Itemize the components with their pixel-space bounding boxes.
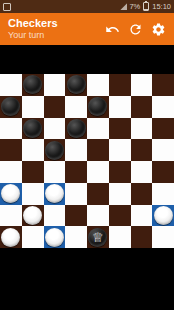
square-3-0[interactable] bbox=[0, 139, 22, 161]
turn-status: Your turn bbox=[8, 30, 58, 41]
battery-percent: 7% bbox=[129, 0, 140, 13]
square-0-1[interactable] bbox=[22, 74, 44, 96]
battery-icon bbox=[143, 2, 149, 11]
page-title: Checkers bbox=[8, 17, 58, 30]
square-4-2[interactable] bbox=[44, 161, 66, 183]
square-0-0[interactable] bbox=[0, 74, 22, 96]
square-1-2[interactable] bbox=[44, 96, 66, 118]
black-piece[interactable] bbox=[23, 75, 42, 94]
square-5-5[interactable] bbox=[109, 183, 131, 205]
checkers-board: ♕ bbox=[0, 74, 174, 248]
notification-icon bbox=[3, 3, 11, 11]
square-5-4[interactable] bbox=[87, 183, 109, 205]
black-piece[interactable] bbox=[67, 119, 86, 138]
black-piece[interactable] bbox=[23, 119, 42, 138]
square-4-4[interactable] bbox=[87, 161, 109, 183]
black-piece[interactable] bbox=[88, 97, 107, 116]
clock: 15:10 bbox=[152, 0, 171, 13]
square-3-2[interactable] bbox=[44, 139, 66, 161]
square-0-6[interactable] bbox=[131, 74, 153, 96]
board-top-gap bbox=[0, 45, 174, 74]
square-0-2[interactable] bbox=[44, 74, 66, 96]
black-king[interactable]: ♕ bbox=[88, 228, 107, 247]
white-piece[interactable] bbox=[1, 228, 20, 247]
square-3-1[interactable] bbox=[22, 139, 44, 161]
white-piece[interactable] bbox=[1, 184, 20, 203]
square-2-2[interactable] bbox=[44, 118, 66, 140]
square-6-0[interactable] bbox=[0, 205, 22, 227]
square-2-3[interactable] bbox=[65, 118, 87, 140]
app-bar: Checkers Your turn bbox=[0, 13, 174, 45]
square-5-0[interactable] bbox=[0, 183, 22, 205]
square-3-7[interactable] bbox=[152, 139, 174, 161]
square-3-3[interactable] bbox=[65, 139, 87, 161]
square-5-1[interactable] bbox=[22, 183, 44, 205]
square-1-0[interactable] bbox=[0, 96, 22, 118]
square-4-5[interactable] bbox=[109, 161, 131, 183]
restart-icon[interactable] bbox=[128, 22, 143, 37]
square-0-7[interactable] bbox=[152, 74, 174, 96]
square-1-4[interactable] bbox=[87, 96, 109, 118]
square-5-3[interactable] bbox=[65, 183, 87, 205]
square-6-2[interactable] bbox=[44, 205, 66, 227]
square-7-0[interactable] bbox=[0, 226, 22, 248]
square-7-7[interactable] bbox=[152, 226, 174, 248]
square-1-7[interactable] bbox=[152, 96, 174, 118]
app-screen: 7% 15:10 Checkers Your turn ♕ bbox=[0, 0, 174, 310]
square-3-6[interactable] bbox=[131, 139, 153, 161]
black-piece[interactable] bbox=[1, 97, 20, 116]
square-6-1[interactable] bbox=[22, 205, 44, 227]
square-7-3[interactable] bbox=[65, 226, 87, 248]
square-5-7[interactable] bbox=[152, 183, 174, 205]
square-2-4[interactable] bbox=[87, 118, 109, 140]
square-0-5[interactable] bbox=[109, 74, 131, 96]
square-7-2[interactable] bbox=[44, 226, 66, 248]
white-piece[interactable] bbox=[45, 228, 64, 247]
square-1-6[interactable] bbox=[131, 96, 153, 118]
square-0-4[interactable] bbox=[87, 74, 109, 96]
settings-icon[interactable] bbox=[151, 22, 166, 37]
king-crown-icon: ♕ bbox=[92, 228, 104, 247]
square-4-1[interactable] bbox=[22, 161, 44, 183]
square-6-6[interactable] bbox=[131, 205, 153, 227]
white-piece[interactable] bbox=[23, 206, 42, 225]
square-2-1[interactable] bbox=[22, 118, 44, 140]
square-1-1[interactable] bbox=[22, 96, 44, 118]
square-4-3[interactable] bbox=[65, 161, 87, 183]
square-6-3[interactable] bbox=[65, 205, 87, 227]
square-3-4[interactable] bbox=[87, 139, 109, 161]
undo-icon[interactable] bbox=[105, 22, 120, 37]
white-piece[interactable] bbox=[45, 184, 64, 203]
status-bar: 7% 15:10 bbox=[0, 0, 174, 13]
square-6-5[interactable] bbox=[109, 205, 131, 227]
square-6-4[interactable] bbox=[87, 205, 109, 227]
signal-icon bbox=[120, 3, 127, 10]
square-5-6[interactable] bbox=[131, 183, 153, 205]
square-2-6[interactable] bbox=[131, 118, 153, 140]
black-piece[interactable] bbox=[67, 75, 86, 94]
square-2-7[interactable] bbox=[152, 118, 174, 140]
white-piece[interactable] bbox=[154, 206, 173, 225]
square-7-5[interactable] bbox=[109, 226, 131, 248]
square-2-0[interactable] bbox=[0, 118, 22, 140]
square-4-0[interactable] bbox=[0, 161, 22, 183]
square-4-6[interactable] bbox=[131, 161, 153, 183]
square-5-2[interactable] bbox=[44, 183, 66, 205]
square-7-6[interactable] bbox=[131, 226, 153, 248]
square-1-5[interactable] bbox=[109, 96, 131, 118]
square-7-1[interactable] bbox=[22, 226, 44, 248]
square-1-3[interactable] bbox=[65, 96, 87, 118]
square-6-7[interactable] bbox=[152, 205, 174, 227]
square-4-7[interactable] bbox=[152, 161, 174, 183]
square-0-3[interactable] bbox=[65, 74, 87, 96]
square-2-5[interactable] bbox=[109, 118, 131, 140]
square-3-5[interactable] bbox=[109, 139, 131, 161]
black-piece[interactable] bbox=[45, 141, 64, 160]
square-7-4[interactable]: ♕ bbox=[87, 226, 109, 248]
